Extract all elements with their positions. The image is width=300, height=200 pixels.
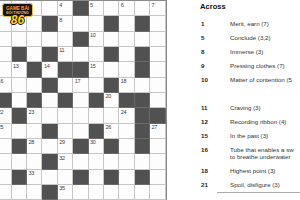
letter-cell[interactable] xyxy=(150,47,165,62)
letter-cell[interactable] xyxy=(104,154,119,169)
letter-cell[interactable] xyxy=(119,154,134,169)
letter-cell[interactable] xyxy=(150,170,165,185)
letter-cell[interactable] xyxy=(12,32,27,47)
block-cell xyxy=(42,124,57,139)
clue-number: 1 xyxy=(200,20,230,27)
letter-cell[interactable] xyxy=(12,185,27,200)
clue-number: 8 xyxy=(200,48,230,55)
clue-number: 9 xyxy=(200,62,230,69)
cell-number: 17 xyxy=(75,78,81,84)
letter-cell[interactable] xyxy=(119,139,134,154)
clue-text: Immerse (3) xyxy=(230,48,300,55)
letter-cell[interactable] xyxy=(0,139,12,154)
letter-cell[interactable] xyxy=(89,108,104,123)
letter-cell[interactable] xyxy=(135,1,150,16)
cell-number: 15 xyxy=(90,63,96,69)
letter-cell[interactable] xyxy=(27,154,42,169)
letter-cell[interactable]: 8 xyxy=(58,16,73,31)
letter-cell[interactable] xyxy=(0,32,12,47)
letter-cell[interactable]: 5 xyxy=(89,1,104,16)
cell-number: 7 xyxy=(152,2,155,8)
block-cell xyxy=(135,93,150,108)
letter-cell[interactable]: 20 xyxy=(104,93,119,108)
letter-cell[interactable] xyxy=(89,170,104,185)
block-cell xyxy=(104,139,119,154)
clue-number: 5 xyxy=(200,34,230,41)
letter-cell[interactable] xyxy=(42,93,57,108)
letter-cell[interactable] xyxy=(135,154,150,169)
letter-cell[interactable] xyxy=(58,124,73,139)
letter-cell[interactable] xyxy=(27,78,42,93)
clue-text: Tube that enables a swto breathe underwa… xyxy=(230,146,300,160)
letter-cell[interactable]: 23 xyxy=(27,108,42,123)
block-cell xyxy=(42,16,57,31)
letter-cell[interactable]: 27 xyxy=(150,124,165,139)
cell-number: 27 xyxy=(152,124,158,130)
block-cell xyxy=(12,170,27,185)
letter-cell[interactable] xyxy=(119,124,134,139)
block-cell xyxy=(12,139,27,154)
letter-cell[interactable]: 32 xyxy=(58,154,73,169)
letter-cell[interactable] xyxy=(12,154,27,169)
cell-number: 10 xyxy=(90,32,96,38)
clue-number: 12 xyxy=(200,118,230,125)
clue-text: Recording ribbon (4) xyxy=(230,118,300,125)
letter-cell[interactable] xyxy=(89,16,104,31)
letter-cell[interactable]: 25 xyxy=(0,124,12,139)
clue-text: Merit, earn (7) xyxy=(230,20,300,27)
clue-text: Spoil, disfigure (3) xyxy=(230,181,300,188)
clue-text: In the past (3) xyxy=(230,132,300,139)
block-cell xyxy=(104,16,119,31)
letter-cell[interactable] xyxy=(73,93,88,108)
block-cell xyxy=(58,93,73,108)
clue-item[interactable]: 9Pressing clothes (7) xyxy=(200,62,300,69)
letter-cell[interactable] xyxy=(135,185,150,200)
clue-item[interactable]: 5Conclude (3,2) xyxy=(200,34,300,41)
letter-cell[interactable]: 16 xyxy=(0,78,12,93)
letter-cell[interactable] xyxy=(150,154,165,169)
clue-item[interactable]: 8Immerse (3) xyxy=(200,48,300,55)
letter-cell[interactable]: 35 xyxy=(58,185,73,200)
cell-number: 20 xyxy=(105,93,111,99)
letter-cell[interactable] xyxy=(104,108,119,123)
letter-cell[interactable] xyxy=(119,185,134,200)
letter-cell[interactable] xyxy=(135,78,150,93)
letter-cell[interactable] xyxy=(150,93,165,108)
block-cell xyxy=(12,108,27,123)
letter-cell[interactable] xyxy=(27,47,42,62)
letter-cell[interactable] xyxy=(12,78,27,93)
letter-cell[interactable] xyxy=(150,62,165,77)
letter-cell[interactable]: 15 xyxy=(89,62,104,77)
letter-cell[interactable] xyxy=(150,139,165,154)
clues-header: Across xyxy=(200,3,300,11)
cell-number: 6 xyxy=(121,2,124,8)
block-cell xyxy=(42,185,57,200)
block-cell xyxy=(135,170,150,185)
letter-cell[interactable] xyxy=(27,32,42,47)
cell-number: 28 xyxy=(28,139,34,145)
letter-cell[interactable] xyxy=(104,62,119,77)
letter-cell[interactable]: 11 xyxy=(58,47,73,62)
letter-cell[interactable] xyxy=(104,185,119,200)
letter-cell[interactable] xyxy=(12,93,27,108)
block-cell xyxy=(135,139,150,154)
block-cell xyxy=(73,170,88,185)
letter-cell[interactable]: 13 xyxy=(12,62,27,77)
letter-cell[interactable] xyxy=(58,32,73,47)
clue-item[interactable]: 16Tube that enables a swto breathe under… xyxy=(200,146,300,160)
letter-cell[interactable]: 33 xyxy=(27,170,42,185)
letter-cell[interactable] xyxy=(119,62,134,77)
cell-number: 25 xyxy=(0,124,3,130)
block-cell xyxy=(135,108,150,123)
clue-item[interactable]: 21Spoil, disfigure (3) xyxy=(200,181,300,188)
letter-cell[interactable] xyxy=(150,185,165,200)
clue-text: Craving (3) xyxy=(230,104,300,111)
block-cell xyxy=(89,124,104,139)
letter-cell[interactable] xyxy=(12,124,27,139)
letter-cell[interactable] xyxy=(89,78,104,93)
letter-cell[interactable] xyxy=(73,154,88,169)
clue-text-line2: to breathe underwater xyxy=(230,153,300,160)
clue-text: Conclude (3,2) xyxy=(230,34,300,41)
clue-item[interactable]: 12Recording ribbon (4) xyxy=(200,118,300,125)
letter-cell[interactable]: 24 xyxy=(119,108,134,123)
block-cell xyxy=(42,78,57,93)
letter-cell[interactable] xyxy=(27,185,42,200)
watermark-logo: GAME BÀI ĐỔI THƯỞNG 86 xyxy=(2,3,33,26)
logo-number: 86 xyxy=(2,15,33,26)
letter-cell[interactable] xyxy=(135,32,150,47)
block-cell xyxy=(27,93,42,108)
cell-number: 13 xyxy=(13,63,19,69)
cell-number: 33 xyxy=(28,170,34,176)
letter-cell[interactable] xyxy=(73,124,88,139)
block-cell xyxy=(135,62,150,77)
clue-number: 10 xyxy=(200,76,230,83)
block-cell xyxy=(135,47,150,62)
letter-cell[interactable] xyxy=(119,47,134,62)
cell-number: 35 xyxy=(59,185,65,191)
letter-cell[interactable] xyxy=(73,16,88,31)
across-clues-panel: Across 1Merit, earn (7)5Conclude (3,2)8I… xyxy=(200,3,300,197)
letter-cell[interactable] xyxy=(73,47,88,62)
letter-cell[interactable] xyxy=(104,1,119,16)
block-cell xyxy=(104,47,119,62)
clue-number: 15 xyxy=(200,132,230,139)
letter-cell[interactable]: 29 xyxy=(58,139,73,154)
letter-cell[interactable] xyxy=(42,170,57,185)
block-cell xyxy=(27,62,42,77)
cell-number: 4 xyxy=(59,2,62,8)
letter-cell[interactable] xyxy=(119,32,134,47)
letter-cell[interactable]: 6 xyxy=(119,1,134,16)
letter-cell[interactable]: 7 xyxy=(150,1,165,16)
block-cell xyxy=(89,93,104,108)
clue-number: 18 xyxy=(200,167,230,174)
cell-number: 32 xyxy=(59,155,65,161)
clue-number: 21 xyxy=(200,181,230,188)
cell-number: 29 xyxy=(59,139,65,145)
letter-cell[interactable] xyxy=(0,62,12,77)
clue-item[interactable]: 10Matter of contention (5 xyxy=(200,76,300,83)
letter-cell[interactable]: 14 xyxy=(42,62,57,77)
clue-text: Matter of contention (5 xyxy=(230,76,300,83)
letter-cell[interactable]: 22 xyxy=(0,108,12,123)
cell-number: 8 xyxy=(59,17,62,23)
clue-text: Pressing clothes (7) xyxy=(230,62,300,69)
letter-cell[interactable] xyxy=(27,124,42,139)
clue-number: 16 xyxy=(200,146,230,160)
letter-cell[interactable]: 28 xyxy=(27,139,42,154)
cell-number: 11 xyxy=(59,47,64,53)
letter-cell[interactable] xyxy=(42,108,57,123)
letter-cell[interactable] xyxy=(89,185,104,200)
letter-cell[interactable] xyxy=(42,139,57,154)
cell-number: 14 xyxy=(44,63,50,69)
cell-number: 18 xyxy=(121,78,127,84)
cell-number: 23 xyxy=(28,109,34,115)
cell-number: 16 xyxy=(0,78,3,84)
block-cell xyxy=(42,47,57,62)
cell-number: 26 xyxy=(105,124,111,130)
letter-cell[interactable]: 17 xyxy=(73,78,88,93)
clue-text: Highest point (3) xyxy=(230,167,300,174)
crossword-grid: 3456781011131415161718202223242526272829… xyxy=(0,0,167,200)
letter-cell[interactable] xyxy=(73,185,88,200)
letter-cell[interactable] xyxy=(150,32,165,47)
clue-item[interactable]: 1Merit, earn (7) xyxy=(200,20,300,27)
letter-cell[interactable] xyxy=(89,47,104,62)
letter-cell[interactable]: 30 xyxy=(89,139,104,154)
letter-cell[interactable] xyxy=(119,16,134,31)
block-cell xyxy=(135,16,150,31)
letter-cell[interactable] xyxy=(58,78,73,93)
panel-bottom-divider xyxy=(217,192,300,193)
letter-cell[interactable] xyxy=(58,108,73,123)
letter-cell[interactable] xyxy=(73,108,88,123)
cell-number: 24 xyxy=(121,109,127,115)
block-cell xyxy=(12,47,27,62)
letter-cell[interactable] xyxy=(0,47,12,62)
block-cell xyxy=(73,139,88,154)
letter-cell[interactable]: 26 xyxy=(104,124,119,139)
letter-cell[interactable] xyxy=(0,154,12,169)
letter-cell[interactable] xyxy=(150,78,165,93)
clue-item[interactable]: 15In the past (3) xyxy=(200,132,300,139)
block-cell xyxy=(73,1,88,16)
block-cell xyxy=(119,93,134,108)
letter-cell[interactable]: 18 xyxy=(119,78,134,93)
letter-cell[interactable] xyxy=(89,154,104,169)
letter-cell[interactable]: 10 xyxy=(89,32,104,47)
letter-cell[interactable] xyxy=(42,1,57,16)
letter-cell[interactable] xyxy=(58,170,73,185)
clue-item[interactable]: 11Craving (3) xyxy=(200,104,300,111)
logo-line1: GAME BÀI xyxy=(4,6,31,11)
letter-cell[interactable] xyxy=(104,32,119,47)
block-cell xyxy=(150,108,165,123)
clue-number: 11 xyxy=(200,104,230,111)
clue-item[interactable]: 18Highest point (3) xyxy=(200,167,300,174)
cell-number: 22 xyxy=(0,109,3,115)
block-cell xyxy=(104,170,119,185)
letter-cell[interactable] xyxy=(0,170,12,185)
letter-cell[interactable]: 4 xyxy=(58,1,73,16)
cell-number: 30 xyxy=(90,139,96,145)
letter-cell[interactable] xyxy=(0,185,12,200)
block-cell xyxy=(58,62,73,77)
letter-cell[interactable] xyxy=(150,16,165,31)
clue-list: 1Merit, earn (7)5Conclude (3,2)8Immerse … xyxy=(200,20,300,188)
letter-cell[interactable] xyxy=(42,32,57,47)
block-cell xyxy=(73,32,88,47)
block-cell xyxy=(135,124,150,139)
block-cell xyxy=(0,93,12,108)
cell-number: 5 xyxy=(90,2,93,8)
block-cell xyxy=(73,62,88,77)
block-cell xyxy=(104,78,119,93)
letter-cell[interactable] xyxy=(119,170,134,185)
block-cell xyxy=(42,154,57,169)
